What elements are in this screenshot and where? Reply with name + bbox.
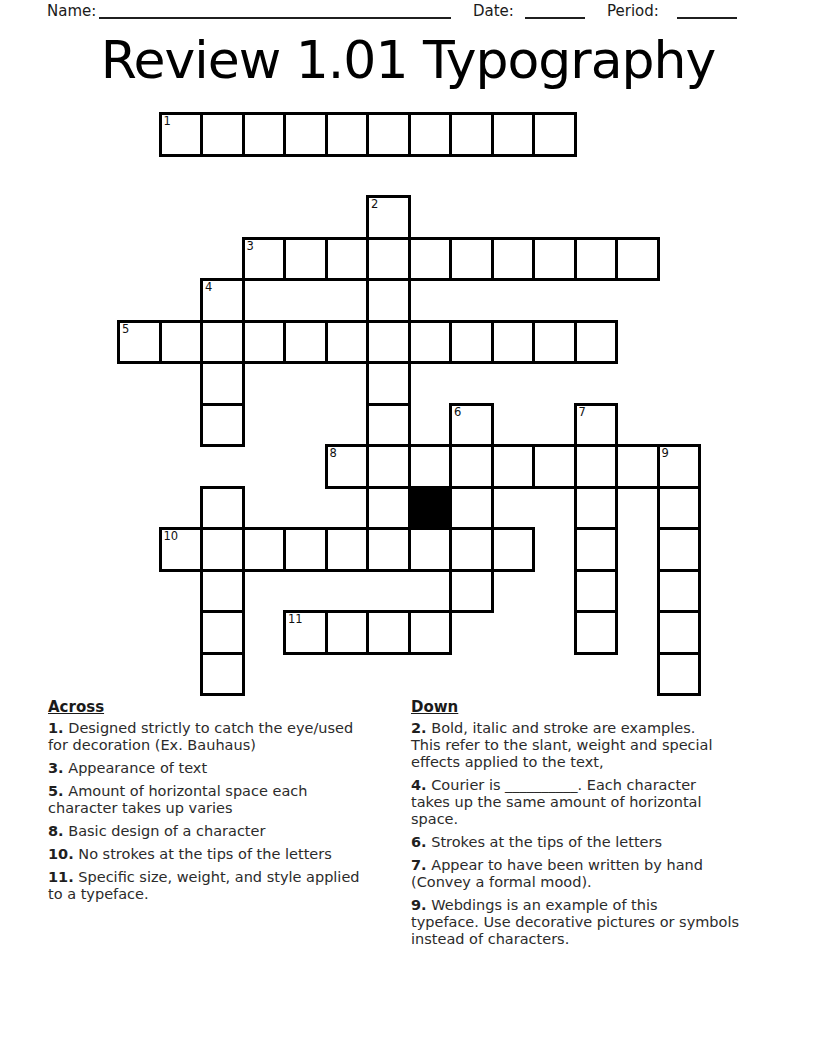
crossword-cell[interactable]: [366, 320, 411, 365]
clue-number: 3.: [48, 760, 64, 776]
crossword-cell[interactable]: [574, 320, 619, 365]
crossword-cell[interactable]: [574, 610, 619, 655]
crossword-cell[interactable]: [366, 237, 411, 282]
date-line[interactable]: [525, 17, 585, 19]
crossword-cell[interactable]: [366, 486, 411, 531]
clue-text: Basic design of a character: [64, 823, 266, 839]
clue-item: 1. Designed strictly to catch the eye/us…: [48, 720, 406, 754]
crossword-cell[interactable]: [200, 569, 245, 614]
crossword-cell[interactable]: [449, 569, 494, 614]
numbered-cell[interactable]: 4: [200, 278, 245, 323]
clue-item: 10. No strokes at the tips of the letter…: [48, 846, 406, 863]
crossword-cell[interactable]: [532, 237, 577, 282]
clue-text: Bold, italic and stroke are examples. Th…: [411, 720, 713, 770]
crossword-cell[interactable]: [574, 569, 619, 614]
cell-number: 11: [288, 613, 303, 626]
crossword-cell[interactable]: [449, 237, 494, 282]
crossword-cell[interactable]: [408, 610, 453, 655]
across-heading: Across: [48, 699, 406, 716]
crossword-cell[interactable]: [325, 320, 370, 365]
crossword-cell[interactable]: [242, 527, 287, 572]
crossword-cell[interactable]: [200, 486, 245, 531]
crossword-cell[interactable]: [242, 112, 287, 157]
clue-text: Specific size, weight, and style applied…: [48, 869, 360, 902]
crossword-cell[interactable]: [491, 320, 536, 365]
numbered-cell[interactable]: 11: [283, 610, 328, 655]
clue-list-across: 1. Designed strictly to catch the eye/us…: [48, 720, 406, 903]
page-title: Review 1.01 Typography: [0, 30, 816, 90]
clue-text: Appearance of text: [64, 760, 208, 776]
crossword-cell[interactable]: [657, 569, 702, 614]
crossword-cell[interactable]: [615, 237, 660, 282]
numbered-cell[interactable]: 6: [449, 403, 494, 448]
clue-item: 3. Appearance of text: [48, 760, 406, 777]
crossword-cell[interactable]: [532, 112, 577, 157]
crossword-cell[interactable]: [325, 610, 370, 655]
crossword-cell[interactable]: [366, 361, 411, 406]
crossword-grid: 1234567891011: [117, 112, 702, 697]
crossword-cell[interactable]: [325, 527, 370, 572]
clue-number: 6.: [411, 834, 427, 850]
crossword-cell[interactable]: [159, 320, 204, 365]
clue-number: 4.: [411, 777, 427, 793]
cell-number: 8: [330, 447, 337, 460]
cell-number: 3: [247, 240, 254, 253]
crossword-cell[interactable]: [491, 112, 536, 157]
crossword-cell[interactable]: [200, 320, 245, 365]
clue-number: 2.: [411, 720, 427, 736]
cell-number: 7: [579, 406, 586, 419]
clue-text: No strokes at the tips of the letters: [74, 846, 332, 862]
crossword-cell[interactable]: [366, 403, 411, 448]
crossword-cell[interactable]: [283, 320, 328, 365]
crossword-cell[interactable]: [574, 237, 619, 282]
clue-list-down: 2. Bold, italic and stroke are examples.…: [411, 720, 809, 948]
crossword-cell[interactable]: [200, 361, 245, 406]
crossword-cell[interactable]: [325, 237, 370, 282]
crossword-cell[interactable]: [657, 610, 702, 655]
clue-number: 1.: [48, 720, 64, 736]
crossword-cell[interactable]: [408, 320, 453, 365]
crossword-cell[interactable]: [449, 444, 494, 489]
crossword-cell[interactable]: [325, 112, 370, 157]
crossword-cell[interactable]: [200, 403, 245, 448]
crossword-cell[interactable]: [657, 652, 702, 697]
numbered-cell[interactable]: 3: [242, 237, 287, 282]
numbered-cell[interactable]: 1: [159, 112, 204, 157]
crossword-cell[interactable]: [200, 652, 245, 697]
crossword-cell[interactable]: [366, 527, 411, 572]
crossword-cell[interactable]: [366, 444, 411, 489]
crossword-cell[interactable]: [657, 527, 702, 572]
crossword-cell[interactable]: [491, 237, 536, 282]
numbered-cell[interactable]: 10: [159, 527, 204, 572]
clue-item: 4. Courier is __________. Each character…: [411, 777, 809, 828]
clue-text: Strokes at the tips of the letters: [427, 834, 662, 850]
numbered-cell[interactable]: 2: [366, 195, 411, 240]
clue-number: 7.: [411, 857, 427, 873]
crossword-cell[interactable]: [532, 444, 577, 489]
crossword-cell[interactable]: [283, 112, 328, 157]
crossword-cell[interactable]: [242, 320, 287, 365]
clue-item: 9. Webdings is an example of this typefa…: [411, 897, 809, 948]
crossword-cell[interactable]: [449, 320, 494, 365]
crossword-cell[interactable]: [449, 527, 494, 572]
across-clues-column: Across 1. Designed strictly to catch the…: [48, 699, 406, 909]
crossword-cell[interactable]: [532, 320, 577, 365]
cell-number: 6: [454, 406, 461, 419]
crossword-cell[interactable]: [283, 527, 328, 572]
clue-text: Webdings is an example of this typeface.…: [411, 897, 739, 947]
down-heading: Down: [411, 699, 809, 716]
crossword-cell[interactable]: [574, 527, 619, 572]
crossword-cell[interactable]: [200, 527, 245, 572]
cell-number: 1: [164, 115, 171, 128]
crossword-cell[interactable]: [200, 112, 245, 157]
clue-text: Courier is __________. Each character ta…: [411, 777, 702, 827]
period-label: Period:: [607, 2, 659, 20]
crossword-cell[interactable]: [491, 444, 536, 489]
cell-number: 2: [371, 198, 378, 211]
date-label: Date:: [473, 2, 514, 20]
crossword-cell[interactable]: [657, 486, 702, 531]
crossword-cell[interactable]: [408, 237, 453, 282]
clue-text: Designed strictly to catch the eye/used …: [48, 720, 353, 753]
clue-number: 11.: [48, 869, 74, 885]
crossword-cell[interactable]: [574, 444, 619, 489]
cell-number: 10: [164, 530, 179, 543]
crossword-cell[interactable]: [200, 610, 245, 655]
numbered-cell[interactable]: 9: [657, 444, 702, 489]
crossword-cell[interactable]: [408, 444, 453, 489]
worksheet-page: Name: Date: Period: Review 1.01 Typograp…: [0, 0, 816, 1056]
name-label: Name:: [47, 2, 96, 20]
crossword-cell[interactable]: [366, 112, 411, 157]
down-clues-column: Down 2. Bold, italic and stroke are exam…: [411, 699, 809, 954]
name-line[interactable]: [99, 17, 451, 19]
clue-item: 6. Strokes at the tips of the letters: [411, 834, 809, 851]
crossword-cell[interactable]: [449, 112, 494, 157]
clue-number: 10.: [48, 846, 74, 862]
crossword-cell[interactable]: [491, 527, 536, 572]
clue-number: 9.: [411, 897, 427, 913]
clue-number: 8.: [48, 823, 64, 839]
clue-item: 7. Appear to have been written by hand (…: [411, 857, 809, 891]
crossword-cell[interactable]: [366, 610, 411, 655]
clue-item: 11. Specific size, weight, and style app…: [48, 869, 406, 903]
clue-number: 5.: [48, 783, 64, 799]
clue-text: Appear to have been written by hand (Con…: [411, 857, 703, 890]
crossword-cell[interactable]: [615, 444, 660, 489]
crossword-cell[interactable]: [449, 486, 494, 531]
clue-text: Amount of horizontal space each characte…: [48, 783, 307, 816]
clue-item: 8. Basic design of a character: [48, 823, 406, 840]
cell-number: 5: [122, 323, 129, 336]
cell-number: 4: [205, 281, 212, 294]
numbered-cell[interactable]: 8: [325, 444, 370, 489]
crossword-cell[interactable]: [574, 486, 619, 531]
crossword-cell[interactable]: [408, 112, 453, 157]
clue-item: 5. Amount of horizontal space each chara…: [48, 783, 406, 817]
numbered-cell[interactable]: 7: [574, 403, 619, 448]
numbered-cell[interactable]: 5: [117, 320, 162, 365]
clue-item: 2. Bold, italic and stroke are examples.…: [411, 720, 809, 771]
crossword-cell[interactable]: [408, 527, 453, 572]
crossword-cell[interactable]: [283, 237, 328, 282]
period-line[interactable]: [677, 17, 737, 19]
black-cell: [408, 486, 453, 531]
crossword-cell[interactable]: [366, 278, 411, 323]
cell-number: 9: [662, 447, 669, 460]
